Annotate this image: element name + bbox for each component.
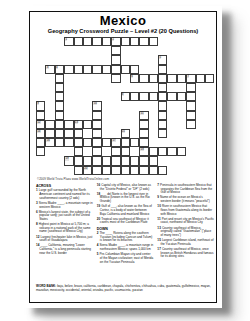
cell-number: 16 — [46, 139, 50, 142]
grid-cell[interactable] — [92, 111, 101, 120]
grid-cell[interactable] — [158, 101, 167, 110]
grid-cell[interactable]: 6 — [130, 74, 139, 83]
grid-cell[interactable] — [121, 147, 130, 156]
cell-number: 11 — [140, 112, 144, 115]
grid-cell[interactable] — [130, 166, 139, 175]
grid-cell[interactable] — [139, 37, 148, 46]
grid-cell[interactable] — [149, 166, 158, 175]
grid-cell[interactable] — [167, 92, 176, 101]
clue-item: 1 Large gulf surrounded by the North Ame… — [36, 189, 93, 200]
grid-cell[interactable] — [83, 37, 92, 46]
grid-cell[interactable]: 7 — [186, 74, 195, 83]
grid-cell[interactable] — [121, 65, 130, 74]
grid-cell[interactable] — [177, 74, 186, 83]
cell-number: 15 — [122, 130, 126, 133]
grid-cell[interactable] — [74, 37, 83, 46]
grid-cell[interactable] — [196, 74, 205, 83]
grid-cell[interactable] — [55, 111, 64, 120]
cell-number: 18 — [140, 148, 144, 151]
grid-cell[interactable] — [139, 74, 148, 83]
grid-cell[interactable] — [55, 120, 64, 129]
grid-cell[interactable] — [55, 138, 64, 147]
grid-cell[interactable] — [158, 111, 167, 120]
puzzle-subtitle: Geography Crossword Puzzle – Level #2 (2… — [30, 28, 216, 34]
grid-cell[interactable] — [130, 37, 139, 46]
grid-cell[interactable] — [55, 129, 64, 138]
grid-cell[interactable] — [121, 138, 130, 147]
crossword-grid: 1253467891011121314151617181920 — [36, 37, 214, 175]
across-header: ACROSS — [36, 184, 93, 188]
clue-item: 19 Gulf of ___, also known as the Sea of… — [97, 205, 154, 216]
grid-cell[interactable] — [186, 111, 195, 120]
grid-cell[interactable] — [83, 65, 92, 74]
grid-cell[interactable] — [177, 147, 186, 156]
grid-cell[interactable] — [64, 65, 73, 74]
grid-cell[interactable] — [64, 138, 73, 147]
grid-cell[interactable] — [111, 65, 120, 74]
page-border-box: Mexico Geography Crossword Puzzle – Leve… — [29, 11, 217, 303]
grid-cell[interactable] — [139, 166, 148, 175]
grid-cell[interactable] — [158, 65, 167, 74]
grid-cell[interactable] — [64, 120, 73, 129]
grid-cell[interactable] — [121, 37, 130, 46]
cell-number: 8 — [122, 93, 124, 96]
grid-cell[interactable] — [121, 156, 130, 165]
clue-item: 16 Capital city of Mexico, also known as… — [97, 184, 154, 191]
grid-cell[interactable] — [102, 65, 111, 74]
grid-cell[interactable]: 18 — [139, 147, 148, 156]
cell-number: 6 — [131, 75, 133, 78]
grid-cell[interactable] — [102, 138, 111, 147]
cell-number: 12 — [37, 121, 41, 124]
grid-cell[interactable] — [139, 92, 148, 101]
clue-item: 5 Pre-Columbian Mayan city and center of… — [97, 253, 154, 264]
grid-cell[interactable] — [158, 74, 167, 83]
grid-cell[interactable]: 10 — [92, 101, 101, 110]
cell-number: 19 — [65, 157, 69, 160]
grid-cell[interactable] — [45, 129, 54, 138]
grid-cell[interactable]: 14 — [36, 129, 45, 138]
cell-number: 5 — [159, 56, 161, 59]
grid-cell[interactable] — [83, 138, 92, 147]
grid-cell[interactable]: 2 — [111, 37, 120, 46]
grid-cell[interactable]: 4 — [55, 65, 64, 74]
grid-cell[interactable] — [130, 138, 139, 147]
grid-cell[interactable] — [74, 129, 83, 138]
grid-cell[interactable] — [55, 83, 64, 92]
grid-cell[interactable] — [111, 156, 120, 165]
grid-cell[interactable] — [111, 147, 120, 156]
word-bank-words: baja, belize, bravo, california, caribbe… — [36, 284, 211, 292]
clue-column: 16 Capital city of Mexico, also known as… — [97, 184, 154, 266]
grid-cell[interactable] — [205, 74, 214, 83]
grid-cell[interactable] — [36, 111, 45, 120]
grid-cell[interactable] — [45, 120, 54, 129]
grid-cell[interactable] — [92, 37, 101, 46]
grid-cell[interactable] — [158, 120, 167, 129]
clue-item: 18 ___ del Norte is the longest river in… — [97, 193, 154, 204]
grid-cell[interactable] — [186, 120, 195, 129]
grid-cell[interactable] — [74, 138, 83, 147]
clue-item: 4 Sierra Madre ____, a mountain range in… — [97, 244, 154, 251]
grid-cell[interactable] — [36, 138, 45, 147]
grid-cell[interactable] — [74, 147, 83, 156]
grid-cell[interactable]: 1 — [64, 37, 73, 46]
grid-cell[interactable] — [139, 156, 148, 165]
grid-cell[interactable]: 11 — [139, 111, 148, 120]
grid-cell[interactable] — [149, 147, 158, 156]
grid-cell[interactable] — [149, 37, 158, 46]
grid-cell[interactable] — [74, 156, 83, 165]
grid-cell[interactable] — [130, 156, 139, 165]
clue-column: ACROSS1 Large gulf surrounded by the Nor… — [36, 184, 93, 266]
grid-cell[interactable] — [102, 37, 111, 46]
clue-item: 9 Name of the ocean on Mexico's western … — [157, 196, 214, 203]
grid-cell[interactable] — [158, 129, 167, 138]
grid-cell[interactable] — [92, 156, 101, 165]
grid-cell[interactable]: 5 — [158, 55, 167, 64]
grid-cell[interactable] — [158, 166, 167, 175]
grid-cell[interactable] — [102, 156, 111, 165]
grid-cell[interactable] — [92, 147, 101, 156]
grid-cell[interactable] — [36, 147, 45, 156]
grid-cell[interactable]: 12 — [36, 120, 45, 129]
grid-cell[interactable] — [74, 65, 83, 74]
clue-item: 13 Country southeast of Mexico, original… — [157, 227, 214, 238]
grid-cell[interactable] — [130, 92, 139, 101]
grid-cell[interactable] — [55, 92, 64, 101]
grid-cell[interactable] — [92, 120, 101, 129]
clue-column: 7 Peninsula in southeastern Mexico that … — [157, 184, 214, 266]
grid-cell[interactable] — [111, 55, 120, 64]
grid-cell[interactable] — [111, 166, 120, 175]
grid-cell[interactable] — [83, 156, 92, 165]
grid-cell[interactable] — [139, 138, 148, 147]
grid-cell[interactable] — [130, 65, 139, 74]
grid-cell[interactable] — [111, 46, 120, 55]
grid-cell[interactable] — [186, 101, 195, 110]
cell-number: 3 — [46, 66, 48, 69]
grid-cell[interactable] — [92, 65, 101, 74]
grid-cell[interactable]: 17 — [111, 138, 120, 147]
clue-item: 17 Country southeast of Mexico, once kno… — [157, 248, 214, 259]
clue-item: 6 Mexico's largest state, the subject of… — [36, 211, 93, 222]
cell-number: 9 — [37, 102, 39, 105]
grid-cell[interactable]: 19 — [64, 156, 73, 165]
grid-cell[interactable] — [158, 83, 167, 92]
grid-cell[interactable] — [92, 138, 101, 147]
cell-number: 4 — [56, 66, 58, 69]
grid-cell[interactable] — [139, 129, 148, 138]
grid-cell[interactable]: 20 — [83, 166, 92, 175]
puzzle-title: Mexico — [30, 13, 216, 28]
cell-number: 7 — [187, 75, 189, 78]
cell-number: 14 — [37, 130, 41, 133]
grid-cell[interactable] — [55, 101, 64, 110]
clues-section: ACROSS1 Large gulf surrounded by the Nor… — [36, 184, 214, 266]
puzzle-page: Mexico Geography Crossword Puzzle – Leve… — [24, 6, 222, 308]
grid-cell[interactable]: 3 — [45, 65, 54, 74]
grid-cell[interactable] — [64, 129, 73, 138]
grid-cell[interactable]: 9 — [36, 101, 45, 110]
grid-cell[interactable]: 13 — [74, 120, 83, 129]
grid-cell[interactable] — [158, 92, 167, 101]
grid-cell[interactable] — [177, 92, 186, 101]
grid-cell[interactable] — [74, 166, 83, 175]
cell-number: 1 — [65, 38, 67, 41]
grid-cell[interactable] — [92, 166, 101, 175]
clue-item: 7 Peninsula in southeastern Mexico that … — [157, 184, 214, 195]
screenshot-root: { "game": "crossword (unfilled printable… — [0, 0, 250, 321]
grid-cell[interactable] — [167, 147, 176, 156]
cell-number: 20 — [84, 167, 88, 170]
clue-item: 2 The ____ Riviera along the southern Yu… — [97, 232, 154, 243]
grid-cell[interactable] — [167, 74, 176, 83]
grid-cell[interactable] — [121, 166, 130, 175]
clue-item: 15 Largest Caribbean island, northeast o… — [157, 239, 214, 246]
clue-item: 12 Largest freshwater lake in Mexico, ju… — [36, 236, 93, 243]
grid-cell[interactable]: 15 — [121, 129, 130, 138]
copyright-line: ©2009 World Trivia Plaza www.WorldTrivia… — [37, 177, 109, 181]
grid-cell[interactable] — [186, 92, 195, 101]
grid-cell[interactable] — [149, 156, 158, 165]
grid-cell[interactable] — [111, 74, 120, 83]
clue-item: 3 Sierra Madre ____, a mountain range in… — [36, 202, 93, 209]
grid-cell[interactable]: 16 — [45, 138, 54, 147]
clue-item: 20 Tropical sea southeast of Mexico; it … — [97, 218, 154, 225]
clue-item: 14 ____ California, meaning "Lower Calif… — [36, 244, 93, 255]
cell-number: 10 — [93, 102, 97, 105]
cell-number: 17 — [112, 139, 116, 142]
grid-cell[interactable] — [158, 147, 167, 156]
cell-number: 2 — [112, 38, 114, 41]
word-bank: WORD BANK: baja, belize, bravo, californ… — [36, 285, 211, 293]
clue-item: 10 River in southeastern Mexico that flo… — [157, 205, 214, 216]
down-header: DOWN — [97, 227, 154, 231]
grid-cell[interactable] — [92, 129, 101, 138]
grid-cell[interactable] — [55, 74, 64, 83]
clue-item: 11 Port and resort city on Mexico's Paci… — [157, 218, 214, 225]
grid-cell[interactable] — [83, 120, 92, 129]
cell-number: 13 — [75, 121, 79, 124]
grid-cell[interactable] — [149, 74, 158, 83]
grid-cell[interactable]: 8 — [121, 92, 130, 101]
grid-cell[interactable] — [102, 166, 111, 175]
clue-item: 8 Highest point in Mexico at 5,700 m; a … — [36, 223, 93, 234]
grid-cell[interactable] — [186, 83, 195, 92]
grid-cell[interactable] — [139, 120, 148, 129]
grid-cell[interactable] — [149, 92, 158, 101]
